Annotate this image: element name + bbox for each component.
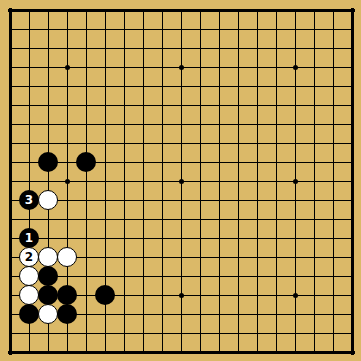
intersection-K4[interactable] <box>172 286 191 305</box>
intersection-B7[interactable]: 1 <box>20 229 39 248</box>
intersection-C4[interactable] <box>39 286 58 305</box>
intersection-M11[interactable] <box>210 153 229 172</box>
intersection-F8[interactable] <box>96 210 115 229</box>
intersection-O13[interactable] <box>248 115 267 134</box>
intersection-T2[interactable] <box>343 324 361 343</box>
intersection-C15[interactable] <box>39 77 58 96</box>
intersection-O8[interactable] <box>248 210 267 229</box>
intersection-E8[interactable] <box>77 210 96 229</box>
intersection-T15[interactable] <box>343 77 361 96</box>
intersection-Q2[interactable] <box>286 324 305 343</box>
intersection-A5[interactable] <box>1 267 20 286</box>
intersection-H11[interactable] <box>134 153 153 172</box>
intersection-C1[interactable] <box>39 343 58 361</box>
intersection-L8[interactable] <box>191 210 210 229</box>
intersection-M7[interactable] <box>210 229 229 248</box>
intersection-A8[interactable] <box>1 210 20 229</box>
intersection-R2[interactable] <box>305 324 324 343</box>
intersection-F17[interactable] <box>96 39 115 58</box>
intersection-C18[interactable] <box>39 20 58 39</box>
intersection-L9[interactable] <box>191 191 210 210</box>
intersection-R17[interactable] <box>305 39 324 58</box>
intersection-D12[interactable] <box>58 134 77 153</box>
intersection-Q7[interactable] <box>286 229 305 248</box>
intersection-H6[interactable] <box>134 248 153 267</box>
intersection-Q15[interactable] <box>286 77 305 96</box>
intersection-K12[interactable] <box>172 134 191 153</box>
intersection-E9[interactable] <box>77 191 96 210</box>
intersection-L15[interactable] <box>191 77 210 96</box>
intersection-M3[interactable] <box>210 305 229 324</box>
intersection-H16[interactable] <box>134 58 153 77</box>
intersection-J7[interactable] <box>153 229 172 248</box>
intersection-B19[interactable] <box>20 1 39 20</box>
intersection-R13[interactable] <box>305 115 324 134</box>
intersection-H3[interactable] <box>134 305 153 324</box>
intersection-M6[interactable] <box>210 248 229 267</box>
intersection-P9[interactable] <box>267 191 286 210</box>
intersection-H19[interactable] <box>134 1 153 20</box>
intersection-R6[interactable] <box>305 248 324 267</box>
intersection-L3[interactable] <box>191 305 210 324</box>
intersection-G15[interactable] <box>115 77 134 96</box>
intersection-S6[interactable] <box>324 248 343 267</box>
intersection-M2[interactable] <box>210 324 229 343</box>
intersection-F6[interactable] <box>96 248 115 267</box>
intersection-S10[interactable] <box>324 172 343 191</box>
intersection-B17[interactable] <box>20 39 39 58</box>
intersection-T8[interactable] <box>343 210 361 229</box>
intersection-F13[interactable] <box>96 115 115 134</box>
intersection-B1[interactable] <box>20 343 39 361</box>
intersection-F5[interactable] <box>96 267 115 286</box>
intersection-O5[interactable] <box>248 267 267 286</box>
intersection-T1[interactable] <box>343 343 361 361</box>
intersection-K18[interactable] <box>172 20 191 39</box>
black-stone-move-3-B9[interactable]: 3 <box>19 190 39 210</box>
intersection-T19[interactable] <box>343 1 361 20</box>
intersection-D14[interactable] <box>58 96 77 115</box>
intersection-K11[interactable] <box>172 153 191 172</box>
intersection-O17[interactable] <box>248 39 267 58</box>
intersection-G13[interactable] <box>115 115 134 134</box>
intersection-N8[interactable] <box>229 210 248 229</box>
black-stone-F4[interactable] <box>95 285 115 305</box>
intersection-P6[interactable] <box>267 248 286 267</box>
intersection-L7[interactable] <box>191 229 210 248</box>
intersection-K3[interactable] <box>172 305 191 324</box>
intersection-B2[interactable] <box>20 324 39 343</box>
intersection-E3[interactable] <box>77 305 96 324</box>
intersection-B4[interactable] <box>20 286 39 305</box>
intersection-J5[interactable] <box>153 267 172 286</box>
intersection-J15[interactable] <box>153 77 172 96</box>
intersection-H14[interactable] <box>134 96 153 115</box>
intersection-P3[interactable] <box>267 305 286 324</box>
intersection-G1[interactable] <box>115 343 134 361</box>
intersection-O15[interactable] <box>248 77 267 96</box>
intersection-P18[interactable] <box>267 20 286 39</box>
intersection-N5[interactable] <box>229 267 248 286</box>
intersection-N11[interactable] <box>229 153 248 172</box>
intersection-S16[interactable] <box>324 58 343 77</box>
intersection-N16[interactable] <box>229 58 248 77</box>
intersection-E1[interactable] <box>77 343 96 361</box>
white-stone-B4[interactable] <box>19 285 39 305</box>
intersection-B11[interactable] <box>20 153 39 172</box>
intersection-A17[interactable] <box>1 39 20 58</box>
intersection-D17[interactable] <box>58 39 77 58</box>
intersection-E15[interactable] <box>77 77 96 96</box>
intersection-J12[interactable] <box>153 134 172 153</box>
intersection-Q16[interactable] <box>286 58 305 77</box>
intersection-T10[interactable] <box>343 172 361 191</box>
intersection-N17[interactable] <box>229 39 248 58</box>
intersection-M14[interactable] <box>210 96 229 115</box>
intersection-R3[interactable] <box>305 305 324 324</box>
intersection-K7[interactable] <box>172 229 191 248</box>
intersection-S5[interactable] <box>324 267 343 286</box>
intersection-A2[interactable] <box>1 324 20 343</box>
intersection-G12[interactable] <box>115 134 134 153</box>
intersection-H5[interactable] <box>134 267 153 286</box>
intersection-Q6[interactable] <box>286 248 305 267</box>
intersection-P8[interactable] <box>267 210 286 229</box>
intersection-T3[interactable] <box>343 305 361 324</box>
intersection-B10[interactable] <box>20 172 39 191</box>
intersection-H8[interactable] <box>134 210 153 229</box>
intersection-H9[interactable] <box>134 191 153 210</box>
intersection-G6[interactable] <box>115 248 134 267</box>
intersection-F14[interactable] <box>96 96 115 115</box>
white-stone-C6[interactable] <box>38 247 58 267</box>
intersection-B12[interactable] <box>20 134 39 153</box>
intersection-P5[interactable] <box>267 267 286 286</box>
intersection-S18[interactable] <box>324 20 343 39</box>
intersection-K10[interactable] <box>172 172 191 191</box>
intersection-O9[interactable] <box>248 191 267 210</box>
intersection-S11[interactable] <box>324 153 343 172</box>
intersection-Q3[interactable] <box>286 305 305 324</box>
intersection-F19[interactable] <box>96 1 115 20</box>
intersection-Q12[interactable] <box>286 134 305 153</box>
intersection-E2[interactable] <box>77 324 96 343</box>
intersection-O10[interactable] <box>248 172 267 191</box>
intersection-F4[interactable] <box>96 286 115 305</box>
intersection-M5[interactable] <box>210 267 229 286</box>
intersection-Q13[interactable] <box>286 115 305 134</box>
intersection-B18[interactable] <box>20 20 39 39</box>
intersection-O4[interactable] <box>248 286 267 305</box>
intersection-C8[interactable] <box>39 210 58 229</box>
intersection-S4[interactable] <box>324 286 343 305</box>
intersection-R4[interactable] <box>305 286 324 305</box>
intersection-K14[interactable] <box>172 96 191 115</box>
intersection-N18[interactable] <box>229 20 248 39</box>
intersection-R14[interactable] <box>305 96 324 115</box>
intersection-G19[interactable] <box>115 1 134 20</box>
intersection-N19[interactable] <box>229 1 248 20</box>
intersection-J13[interactable] <box>153 115 172 134</box>
intersection-D2[interactable] <box>58 324 77 343</box>
intersection-R16[interactable] <box>305 58 324 77</box>
intersection-L5[interactable] <box>191 267 210 286</box>
intersection-S9[interactable] <box>324 191 343 210</box>
white-stone-B5[interactable] <box>19 266 39 286</box>
intersection-F9[interactable] <box>96 191 115 210</box>
intersection-S14[interactable] <box>324 96 343 115</box>
intersection-H1[interactable] <box>134 343 153 361</box>
intersection-K2[interactable] <box>172 324 191 343</box>
intersection-L14[interactable] <box>191 96 210 115</box>
intersection-G3[interactable] <box>115 305 134 324</box>
intersection-D13[interactable] <box>58 115 77 134</box>
intersection-E19[interactable] <box>77 1 96 20</box>
intersection-N4[interactable] <box>229 286 248 305</box>
intersection-R15[interactable] <box>305 77 324 96</box>
intersection-D19[interactable] <box>58 1 77 20</box>
intersection-G10[interactable] <box>115 172 134 191</box>
intersection-J14[interactable] <box>153 96 172 115</box>
intersection-B15[interactable] <box>20 77 39 96</box>
intersection-F2[interactable] <box>96 324 115 343</box>
intersection-G5[interactable] <box>115 267 134 286</box>
intersection-M4[interactable] <box>210 286 229 305</box>
intersection-L10[interactable] <box>191 172 210 191</box>
intersection-S1[interactable] <box>324 343 343 361</box>
intersection-G16[interactable] <box>115 58 134 77</box>
intersection-J8[interactable] <box>153 210 172 229</box>
intersection-M12[interactable] <box>210 134 229 153</box>
intersection-R1[interactable] <box>305 343 324 361</box>
intersection-B16[interactable] <box>20 58 39 77</box>
black-stone-move-1-B7[interactable]: 1 <box>19 228 39 248</box>
intersection-T16[interactable] <box>343 58 361 77</box>
intersection-T9[interactable] <box>343 191 361 210</box>
intersection-D7[interactable] <box>58 229 77 248</box>
intersection-T5[interactable] <box>343 267 361 286</box>
intersection-D16[interactable] <box>58 58 77 77</box>
intersection-M9[interactable] <box>210 191 229 210</box>
intersection-S12[interactable] <box>324 134 343 153</box>
intersection-L13[interactable] <box>191 115 210 134</box>
intersection-P1[interactable] <box>267 343 286 361</box>
intersection-C10[interactable] <box>39 172 58 191</box>
intersection-H15[interactable] <box>134 77 153 96</box>
intersection-B5[interactable] <box>20 267 39 286</box>
intersection-A9[interactable] <box>1 191 20 210</box>
intersection-R19[interactable] <box>305 1 324 20</box>
intersection-P15[interactable] <box>267 77 286 96</box>
intersection-P7[interactable] <box>267 229 286 248</box>
intersection-K6[interactable] <box>172 248 191 267</box>
intersection-E4[interactable] <box>77 286 96 305</box>
intersection-Q18[interactable] <box>286 20 305 39</box>
intersection-D1[interactable] <box>58 343 77 361</box>
intersection-D3[interactable] <box>58 305 77 324</box>
intersection-J9[interactable] <box>153 191 172 210</box>
intersection-Q4[interactable] <box>286 286 305 305</box>
black-stone-C4[interactable] <box>38 285 58 305</box>
intersection-F10[interactable] <box>96 172 115 191</box>
intersection-K15[interactable] <box>172 77 191 96</box>
intersection-R8[interactable] <box>305 210 324 229</box>
intersection-G9[interactable] <box>115 191 134 210</box>
intersection-O1[interactable] <box>248 343 267 361</box>
intersection-L12[interactable] <box>191 134 210 153</box>
intersection-K16[interactable] <box>172 58 191 77</box>
intersection-A4[interactable] <box>1 286 20 305</box>
intersection-C13[interactable] <box>39 115 58 134</box>
intersection-E13[interactable] <box>77 115 96 134</box>
intersection-O18[interactable] <box>248 20 267 39</box>
intersection-F16[interactable] <box>96 58 115 77</box>
intersection-Q17[interactable] <box>286 39 305 58</box>
intersection-A19[interactable] <box>1 1 20 20</box>
intersection-C5[interactable] <box>39 267 58 286</box>
intersection-F11[interactable] <box>96 153 115 172</box>
intersection-P14[interactable] <box>267 96 286 115</box>
intersection-P13[interactable] <box>267 115 286 134</box>
intersection-N14[interactable] <box>229 96 248 115</box>
intersection-R12[interactable] <box>305 134 324 153</box>
intersection-A13[interactable] <box>1 115 20 134</box>
intersection-M1[interactable] <box>210 343 229 361</box>
intersection-N13[interactable] <box>229 115 248 134</box>
intersection-B3[interactable] <box>20 305 39 324</box>
intersection-T13[interactable] <box>343 115 361 134</box>
intersection-A16[interactable] <box>1 58 20 77</box>
intersection-A6[interactable] <box>1 248 20 267</box>
intersection-T18[interactable] <box>343 20 361 39</box>
intersection-O7[interactable] <box>248 229 267 248</box>
intersection-Q9[interactable] <box>286 191 305 210</box>
intersection-T14[interactable] <box>343 96 361 115</box>
intersection-C12[interactable] <box>39 134 58 153</box>
intersection-P10[interactable] <box>267 172 286 191</box>
intersection-P2[interactable] <box>267 324 286 343</box>
intersection-R18[interactable] <box>305 20 324 39</box>
intersection-L4[interactable] <box>191 286 210 305</box>
intersection-S2[interactable] <box>324 324 343 343</box>
intersection-Q10[interactable] <box>286 172 305 191</box>
intersection-T4[interactable] <box>343 286 361 305</box>
intersection-H12[interactable] <box>134 134 153 153</box>
intersection-T6[interactable] <box>343 248 361 267</box>
intersection-L6[interactable] <box>191 248 210 267</box>
white-stone-D6[interactable] <box>57 247 77 267</box>
intersection-T7[interactable] <box>343 229 361 248</box>
intersection-C17[interactable] <box>39 39 58 58</box>
intersection-O12[interactable] <box>248 134 267 153</box>
intersection-K19[interactable] <box>172 1 191 20</box>
intersection-L19[interactable] <box>191 1 210 20</box>
intersection-D11[interactable] <box>58 153 77 172</box>
black-stone-D4[interactable] <box>57 285 77 305</box>
intersection-O3[interactable] <box>248 305 267 324</box>
intersection-A11[interactable] <box>1 153 20 172</box>
intersection-F7[interactable] <box>96 229 115 248</box>
intersection-C16[interactable] <box>39 58 58 77</box>
intersection-N3[interactable] <box>229 305 248 324</box>
intersection-C7[interactable] <box>39 229 58 248</box>
intersection-H7[interactable] <box>134 229 153 248</box>
intersection-G11[interactable] <box>115 153 134 172</box>
intersection-J18[interactable] <box>153 20 172 39</box>
intersection-P17[interactable] <box>267 39 286 58</box>
intersection-M13[interactable] <box>210 115 229 134</box>
intersection-N12[interactable] <box>229 134 248 153</box>
intersection-N7[interactable] <box>229 229 248 248</box>
intersection-P11[interactable] <box>267 153 286 172</box>
black-stone-E11[interactable] <box>76 152 96 172</box>
intersection-F1[interactable] <box>96 343 115 361</box>
intersection-E11[interactable] <box>77 153 96 172</box>
intersection-A10[interactable] <box>1 172 20 191</box>
intersection-L11[interactable] <box>191 153 210 172</box>
intersection-Q11[interactable] <box>286 153 305 172</box>
intersection-E16[interactable] <box>77 58 96 77</box>
intersection-G7[interactable] <box>115 229 134 248</box>
intersection-C14[interactable] <box>39 96 58 115</box>
black-stone-B3[interactable] <box>19 304 39 324</box>
intersection-L16[interactable] <box>191 58 210 77</box>
intersection-C6[interactable] <box>39 248 58 267</box>
intersection-S13[interactable] <box>324 115 343 134</box>
white-stone-move-2-B6[interactable]: 2 <box>19 247 39 267</box>
intersection-N6[interactable] <box>229 248 248 267</box>
intersection-M18[interactable] <box>210 20 229 39</box>
intersection-G4[interactable] <box>115 286 134 305</box>
intersection-N10[interactable] <box>229 172 248 191</box>
intersection-Q8[interactable] <box>286 210 305 229</box>
intersection-D8[interactable] <box>58 210 77 229</box>
intersection-D4[interactable] <box>58 286 77 305</box>
intersection-D6[interactable] <box>58 248 77 267</box>
intersection-B6[interactable]: 2 <box>20 248 39 267</box>
intersection-G14[interactable] <box>115 96 134 115</box>
intersection-P12[interactable] <box>267 134 286 153</box>
intersection-J16[interactable] <box>153 58 172 77</box>
intersection-K17[interactable] <box>172 39 191 58</box>
intersection-J6[interactable] <box>153 248 172 267</box>
intersection-B14[interactable] <box>20 96 39 115</box>
intersection-E6[interactable] <box>77 248 96 267</box>
intersection-M16[interactable] <box>210 58 229 77</box>
intersection-O6[interactable] <box>248 248 267 267</box>
intersection-M8[interactable] <box>210 210 229 229</box>
intersection-E14[interactable] <box>77 96 96 115</box>
intersection-H13[interactable] <box>134 115 153 134</box>
white-stone-C9[interactable] <box>38 190 58 210</box>
intersection-E7[interactable] <box>77 229 96 248</box>
intersection-J2[interactable] <box>153 324 172 343</box>
intersection-D9[interactable] <box>58 191 77 210</box>
intersection-N9[interactable] <box>229 191 248 210</box>
intersection-Q5[interactable] <box>286 267 305 286</box>
intersection-A12[interactable] <box>1 134 20 153</box>
intersection-M17[interactable] <box>210 39 229 58</box>
intersection-N1[interactable] <box>229 343 248 361</box>
intersection-L17[interactable] <box>191 39 210 58</box>
intersection-A1[interactable] <box>1 343 20 361</box>
intersection-E18[interactable] <box>77 20 96 39</box>
white-stone-C3[interactable] <box>38 304 58 324</box>
intersection-J3[interactable] <box>153 305 172 324</box>
intersection-C2[interactable] <box>39 324 58 343</box>
intersection-M15[interactable] <box>210 77 229 96</box>
intersection-S15[interactable] <box>324 77 343 96</box>
